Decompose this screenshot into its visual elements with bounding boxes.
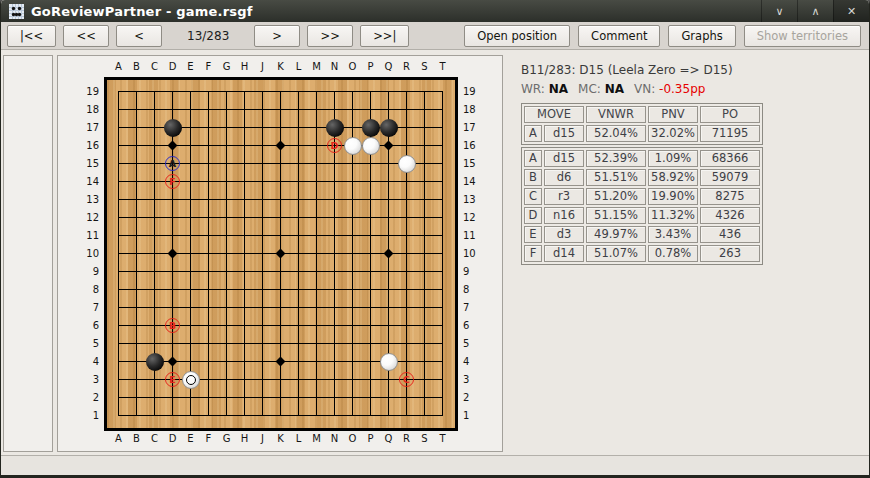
- row-labels-right: 19181716151413121110987654321: [458, 83, 478, 425]
- best-row-pnv[interactable]: 32.02%: [648, 125, 698, 142]
- window-title: GoReviewPartner - game.rsgf: [31, 4, 253, 19]
- row-label: 16: [84, 137, 99, 155]
- table-header-vnwr: VNWR: [586, 106, 646, 123]
- comment-button[interactable]: Comment: [578, 25, 660, 47]
- row-f-move[interactable]: d14: [544, 245, 584, 262]
- col-label: T: [434, 59, 452, 77]
- hoshi-point: [384, 249, 394, 259]
- table-header-move: MOVE: [524, 106, 584, 123]
- move-position-label: 13/283: [169, 29, 247, 43]
- row-label: 5: [84, 335, 99, 353]
- stat-value: -0.35pp: [659, 82, 705, 96]
- col-label: N: [326, 431, 344, 449]
- col-label: P: [362, 59, 380, 77]
- col-label: G: [218, 431, 236, 449]
- col-label: J: [254, 59, 272, 77]
- goban-area: ABCDEFGHJKLMNOPQRST 19181716151413121110…: [84, 59, 478, 449]
- left-pane: [3, 55, 53, 452]
- row-label: 13: [84, 191, 99, 209]
- hoshi-point: [276, 141, 286, 151]
- col-label: F: [200, 431, 218, 449]
- row-d-move[interactable]: n16: [544, 207, 584, 224]
- row-label: 19: [463, 83, 478, 101]
- graphs-button[interactable]: Graphs: [668, 25, 735, 47]
- variation-mark-d[interactable]: D: [327, 138, 342, 153]
- row-c-pnv[interactable]: 19.90%: [648, 188, 698, 205]
- hoshi-point: [168, 357, 178, 367]
- minimize-icon[interactable]: ∨: [761, 0, 797, 22]
- row-c-letter[interactable]: C: [524, 188, 542, 205]
- variation-table-header: MOVEVNWRPNVPOAd1552.04%32.02%71195: [521, 103, 763, 145]
- stone-white-p16: [362, 137, 380, 155]
- row-label: 10: [84, 245, 99, 263]
- table-header-pnv: PNV: [648, 106, 698, 123]
- col-label: C: [146, 431, 164, 449]
- row-label: 17: [84, 119, 99, 137]
- col-label: A: [110, 59, 128, 77]
- row-label: 9: [84, 263, 99, 281]
- show-territories-button: Show territories: [744, 25, 861, 47]
- row-b-letter[interactable]: B: [524, 169, 542, 186]
- row-b-po[interactable]: 59079: [700, 169, 760, 186]
- nav-back-group: |<<<<<: [7, 25, 162, 47]
- stone-black-p17: [362, 119, 380, 137]
- hoshi-point: [276, 357, 286, 367]
- row-label: 11: [463, 227, 478, 245]
- app-window: GoReviewPartner - game.rsgf ∨ ∧ ✕ |<<<<<…: [0, 0, 870, 478]
- row-e-letter[interactable]: E: [524, 226, 542, 243]
- row-a-letter[interactable]: A: [524, 150, 542, 167]
- row-c-vnwr[interactable]: 51.20%: [586, 188, 646, 205]
- col-label: M: [308, 59, 326, 77]
- row-label: 19: [84, 83, 99, 101]
- best-row-po[interactable]: 71195: [700, 125, 760, 142]
- row-label: 9: [463, 263, 478, 281]
- col-label: D: [164, 59, 182, 77]
- col-label: L: [290, 431, 308, 449]
- variation-mark-c[interactable]: C: [399, 372, 414, 387]
- toolbar: |<<<<< 13/283 >>>>>| Open positionCommen…: [1, 22, 869, 50]
- step-back-button[interactable]: <: [116, 25, 162, 47]
- row-label: 4: [463, 353, 478, 371]
- col-label: N: [326, 59, 344, 77]
- go-last-button[interactable]: >>|: [360, 25, 409, 47]
- col-label: G: [218, 59, 236, 77]
- titlebar: GoReviewPartner - game.rsgf ∨ ∧ ✕: [1, 0, 869, 22]
- stone-black-c4: [146, 353, 164, 371]
- row-d-letter[interactable]: D: [524, 207, 542, 224]
- stone-black-n17: [326, 119, 344, 137]
- stone-white-q4: [380, 353, 398, 371]
- col-label: Q: [380, 59, 398, 77]
- row-labels-left: 19181716151413121110987654321: [84, 83, 104, 425]
- variation-mark-a[interactable]: A: [165, 156, 180, 171]
- col-label: L: [290, 59, 308, 77]
- col-label: P: [362, 431, 380, 449]
- best-row-letter[interactable]: A: [524, 125, 542, 142]
- col-label: O: [344, 59, 362, 77]
- action-buttons-group: Open positionCommentGraphsShow territori…: [464, 25, 863, 47]
- row-label: 10: [463, 245, 478, 263]
- fast-forward-button[interactable]: >>: [307, 25, 353, 47]
- goban[interactable]: ABCDEF: [104, 77, 458, 431]
- row-label: 3: [463, 371, 478, 389]
- row-b-pnv[interactable]: 58.92%: [648, 169, 698, 186]
- open-position-button[interactable]: Open position: [464, 25, 570, 47]
- col-label: B: [128, 431, 146, 449]
- stat-label: VN:: [634, 82, 655, 96]
- row-label: 8: [463, 281, 478, 299]
- hoshi-point: [168, 141, 178, 151]
- col-label: F: [200, 59, 218, 77]
- row-f-pnv[interactable]: 0.78%: [648, 245, 698, 262]
- app-icon: [9, 4, 24, 19]
- step-forward-button[interactable]: >: [254, 25, 300, 47]
- col-label: S: [416, 431, 434, 449]
- row-d-pnv[interactable]: 11.32%: [648, 207, 698, 224]
- row-label: 7: [84, 299, 99, 317]
- col-label: E: [182, 431, 200, 449]
- col-label: R: [398, 59, 416, 77]
- stat-value: NA: [549, 82, 568, 96]
- hoshi-point: [276, 249, 286, 259]
- row-label: 15: [84, 155, 99, 173]
- col-label: R: [398, 431, 416, 449]
- row-label: 12: [84, 209, 99, 227]
- variation-mark-b[interactable]: B: [165, 318, 180, 333]
- col-label: E: [182, 59, 200, 77]
- col-label: K: [272, 431, 290, 449]
- stone-white-e3: [182, 371, 200, 389]
- col-label: J: [254, 431, 272, 449]
- row-label: 1: [84, 407, 99, 425]
- row-e-po[interactable]: 436: [700, 226, 760, 243]
- row-label: 11: [84, 227, 99, 245]
- row-label: 5: [463, 335, 478, 353]
- fast-backward-button[interactable]: <<: [63, 25, 109, 47]
- row-e-vnwr[interactable]: 49.97%: [586, 226, 646, 243]
- row-label: 12: [463, 209, 478, 227]
- row-a-po[interactable]: 68366: [700, 150, 760, 167]
- col-label: O: [344, 431, 362, 449]
- variation-mark-f[interactable]: F: [165, 174, 180, 189]
- stone-white-o16: [344, 137, 362, 155]
- row-label: 8: [84, 281, 99, 299]
- nav-forward-group: >>>>>|: [254, 25, 409, 47]
- row-label: 16: [463, 137, 478, 155]
- variation-table-rows: Ad1552.39%1.09%68366Bd651.51%58.92%59079…: [521, 147, 763, 265]
- stat-label: WR:: [521, 82, 545, 96]
- row-label: 15: [463, 155, 478, 173]
- main-area: ABCDEFGHJKLMNOPQRST 19181716151413121110…: [1, 50, 869, 455]
- row-a-move[interactable]: d15: [544, 150, 584, 167]
- col-label: Q: [380, 431, 398, 449]
- go-first-button[interactable]: |<<: [7, 25, 56, 47]
- row-e-pnv[interactable]: 3.43%: [648, 226, 698, 243]
- row-c-move[interactable]: r3: [544, 188, 584, 205]
- row-a-vnwr[interactable]: 52.39%: [586, 150, 646, 167]
- analysis-stats: WR: NAMC: NAVN: -0.35pp: [521, 82, 860, 96]
- col-label: A: [110, 431, 128, 449]
- col-label: K: [272, 59, 290, 77]
- table-header-po: PO: [700, 106, 760, 123]
- best-row-vnwr[interactable]: 52.04%: [586, 125, 646, 142]
- stat-label: MC:: [578, 82, 601, 96]
- board-pane: ABCDEFGHJKLMNOPQRST 19181716151413121110…: [57, 55, 503, 452]
- row-label: 17: [463, 119, 478, 137]
- row-a-pnv[interactable]: 1.09%: [648, 150, 698, 167]
- hoshi-point: [384, 141, 394, 151]
- col-label: B: [128, 59, 146, 77]
- stat-value: NA: [605, 82, 624, 96]
- row-label: 2: [84, 389, 99, 407]
- col-label: H: [236, 59, 254, 77]
- row-label: 14: [84, 173, 99, 191]
- row-label: 7: [463, 299, 478, 317]
- hoshi-point: [168, 249, 178, 259]
- row-e-move[interactable]: d3: [544, 226, 584, 243]
- best-row-move[interactable]: d15: [544, 125, 584, 142]
- col-label: M: [308, 431, 326, 449]
- row-f-vnwr[interactable]: 51.07%: [586, 245, 646, 262]
- row-c-po[interactable]: 8275: [700, 188, 760, 205]
- variation-mark-e[interactable]: E: [165, 372, 180, 387]
- row-b-vnwr[interactable]: 51.51%: [586, 169, 646, 186]
- row-label: 18: [463, 101, 478, 119]
- stone-black-q17: [380, 119, 398, 137]
- row-b-move[interactable]: d6: [544, 169, 584, 186]
- stone-white-r15: [398, 155, 416, 173]
- row-d-po[interactable]: 4326: [700, 207, 760, 224]
- row-label: 13: [463, 191, 478, 209]
- maximize-icon[interactable]: ∧: [797, 0, 833, 22]
- statusbar: [1, 455, 869, 478]
- col-label: D: [164, 431, 182, 449]
- analysis-header: B11/283: D15 (Leela Zero => D15): [521, 63, 860, 77]
- col-label: T: [434, 431, 452, 449]
- row-f-po[interactable]: 263: [700, 245, 760, 262]
- row-label: 1: [463, 407, 478, 425]
- row-label: 4: [84, 353, 99, 371]
- close-icon[interactable]: ✕: [833, 0, 869, 22]
- row-label: 6: [84, 317, 99, 335]
- stones-layer: ABCDEF: [110, 83, 452, 425]
- stone-black-d17: [164, 119, 182, 137]
- row-label: 6: [463, 317, 478, 335]
- column-labels-bottom: ABCDEFGHJKLMNOPQRST: [110, 431, 452, 449]
- analysis-pane: B11/283: D15 (Leela Zero => D15) WR: NAM…: [507, 55, 866, 452]
- row-d-vnwr[interactable]: 51.15%: [586, 207, 646, 224]
- col-label: H: [236, 431, 254, 449]
- col-label: S: [416, 59, 434, 77]
- row-label: 18: [84, 101, 99, 119]
- row-label: 3: [84, 371, 99, 389]
- row-f-letter[interactable]: F: [524, 245, 542, 262]
- row-label: 14: [463, 173, 478, 191]
- window-controls: ∨ ∧ ✕: [761, 0, 869, 22]
- col-label: C: [146, 59, 164, 77]
- row-label: 2: [463, 389, 478, 407]
- column-labels-top: ABCDEFGHJKLMNOPQRST: [110, 59, 452, 77]
